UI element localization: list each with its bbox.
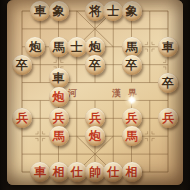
piece-label: 卒 [89,58,101,70]
piece-label: 卒 [162,76,174,88]
piece-black-general[interactable]: 将 [85,1,105,21]
piece-label: 車 [53,71,65,83]
piece-label: 炮 [53,91,65,103]
piece-label: 将 [89,5,101,17]
piece-red-elephant[interactable]: 相 [49,162,69,182]
piece-label: 馬 [126,40,138,52]
piece-black-chariot[interactable]: 車 [158,37,178,57]
piece-black-advisor[interactable]: 士 [67,37,87,57]
piece-label: 馬 [53,40,65,52]
piece-label: 炮 [89,40,101,52]
piece-label: 炮 [29,40,41,52]
piece-black-soldier[interactable]: 卒 [12,55,32,75]
piece-label: 車 [162,40,174,52]
river-label-han-jie: 漢界 [112,87,144,100]
piece-label: 兵 [89,112,101,124]
piece-red-horse[interactable]: 馬 [122,126,142,146]
piece-black-chariot[interactable]: 車 [49,68,69,88]
game-window: 楚河 漢界 車象将士象炮馬士炮馬車卒卒卒車卒炮兵兵兵兵兵馬炮馬車相仕帥仕相 [0,0,190,190]
piece-red-elephant[interactable]: 相 [122,162,142,182]
piece-label: 卒 [126,58,138,70]
piece-label: 兵 [16,112,28,124]
piece-label: 象 [126,5,138,17]
piece-label: 車 [34,5,46,17]
piece-black-soldier[interactable]: 卒 [85,55,105,75]
piece-label: 兵 [162,112,174,124]
piece-label: 仕 [107,166,119,178]
piece-label: 象 [53,5,65,17]
piece-black-elephant[interactable]: 象 [49,1,69,21]
piece-label: 兵 [53,112,65,124]
piece-black-soldier[interactable]: 卒 [122,55,142,75]
piece-black-cannon[interactable]: 炮 [85,37,105,57]
piece-red-general[interactable]: 帥 [85,162,105,182]
piece-label: 仕 [71,166,83,178]
piece-label: 士 [71,40,83,52]
piece-label: 車 [34,166,46,178]
piece-label: 炮 [89,130,101,142]
xiangqi-board[interactable]: 楚河 漢界 車象将士象炮馬士炮馬車卒卒卒車卒炮兵兵兵兵兵馬炮馬車相仕帥仕相 [7,0,183,185]
piece-label: 馬 [126,130,138,142]
piece-red-cannon[interactable]: 炮 [49,87,69,107]
piece-label: 兵 [126,112,138,124]
piece-label: 帥 [89,166,101,178]
piece-label: 馬 [53,130,65,142]
piece-label: 士 [107,5,119,17]
piece-black-horse[interactable]: 馬 [49,37,69,57]
piece-label: 卒 [16,58,28,70]
piece-black-elephant[interactable]: 象 [122,1,142,21]
piece-label: 相 [53,166,65,178]
board-grid-lines [7,0,183,185]
piece-black-soldier[interactable]: 卒 [158,73,178,93]
piece-red-horse[interactable]: 馬 [49,126,69,146]
piece-black-cannon[interactable]: 炮 [25,37,45,57]
piece-red-advisor[interactable]: 仕 [67,162,87,182]
piece-label: 相 [126,166,138,178]
piece-black-horse[interactable]: 馬 [122,37,142,57]
